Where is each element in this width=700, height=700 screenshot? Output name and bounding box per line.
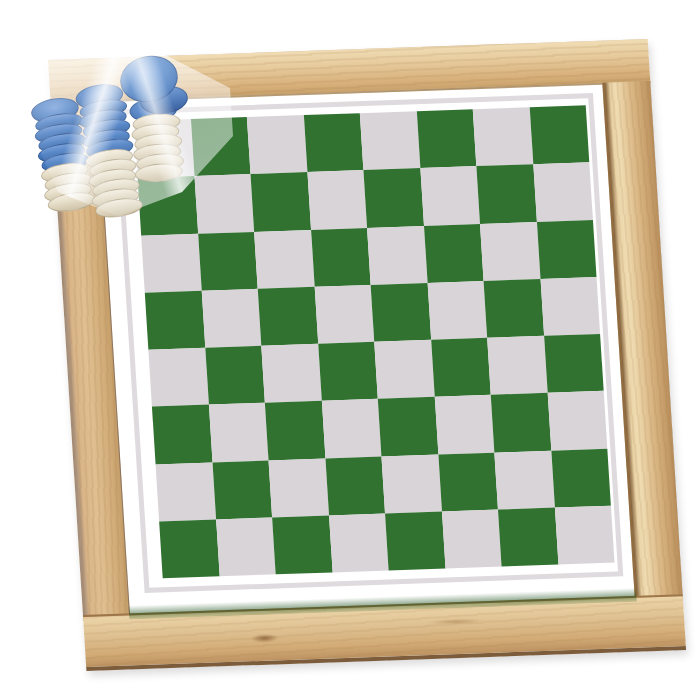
board-square [205, 346, 265, 405]
board-square [441, 509, 501, 568]
board-square [367, 225, 427, 284]
board-square [212, 460, 272, 519]
board-square [141, 233, 201, 292]
board-square [554, 505, 614, 564]
board-square [427, 281, 487, 340]
board-square [152, 405, 212, 464]
board-square [159, 519, 219, 578]
board-square [272, 515, 332, 574]
board-square [374, 340, 434, 399]
board-square [314, 285, 374, 344]
board-square [329, 513, 389, 572]
board-square [473, 107, 533, 166]
board-square [250, 172, 310, 231]
board-square [198, 231, 258, 290]
board-square [156, 462, 216, 521]
board-square [145, 291, 205, 350]
board-square [311, 227, 371, 286]
pieces-bag [20, 40, 244, 232]
board-square [540, 277, 600, 336]
board-square [544, 334, 604, 393]
board-square [371, 283, 431, 342]
board-square [529, 105, 589, 164]
board-square [258, 287, 318, 346]
board-square [201, 289, 261, 348]
board-square [476, 164, 536, 223]
board-square [208, 403, 268, 462]
board-square [307, 170, 367, 229]
board-square [318, 342, 378, 401]
board-square [148, 348, 208, 407]
board-square [360, 111, 420, 170]
board-square [325, 456, 385, 515]
board-square [261, 344, 321, 403]
board-square [416, 109, 476, 168]
board-square [551, 448, 611, 507]
board-square [480, 222, 540, 281]
board-square [381, 454, 441, 513]
board-square [484, 279, 544, 338]
board-square [385, 511, 445, 570]
board-square [254, 229, 314, 288]
board-square [216, 517, 276, 576]
board-square [363, 168, 423, 227]
board-square [431, 338, 491, 397]
board-square [434, 395, 494, 454]
board-square [547, 391, 607, 450]
board-square [438, 452, 498, 511]
board-square [265, 401, 325, 460]
board-square [268, 458, 328, 517]
board-square [423, 224, 483, 283]
board-square [536, 220, 596, 279]
board-square [303, 113, 363, 172]
board-square [420, 166, 480, 225]
board-square [247, 115, 307, 174]
board-square [491, 393, 551, 452]
board-square [533, 162, 593, 221]
board-square [498, 507, 558, 566]
board-square [487, 336, 547, 395]
board-square [378, 397, 438, 456]
board-square [321, 399, 381, 458]
board-square [494, 450, 554, 509]
product-photo-scene [0, 0, 700, 700]
